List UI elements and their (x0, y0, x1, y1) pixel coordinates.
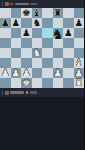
top-player-bar[interactable] (0, 0, 84, 8)
square-a2[interactable]: ♟ (0, 68, 11, 78)
square-d3[interactable] (32, 58, 43, 68)
player-avatar (5, 91, 9, 95)
square-d2[interactable] (32, 68, 43, 78)
square-g4[interactable] (63, 48, 74, 58)
edge-mark-icon (2, 91, 3, 95)
square-g3[interactable] (63, 58, 74, 68)
square-h7[interactable]: ♟ (74, 18, 85, 28)
piece-white-rook-h1[interactable]: ♜ (74, 78, 83, 88)
square-h5[interactable] (74, 38, 85, 48)
square-g1[interactable] (63, 78, 74, 88)
square-a5[interactable] (0, 38, 11, 48)
square-e2[interactable] (42, 68, 53, 78)
piece-white-pawn-a2[interactable]: ♟ (1, 68, 10, 78)
piece-black-pawn-c6[interactable]: ♟ (22, 28, 31, 38)
piece-white-knight-d4[interactable]: ♞ (32, 48, 41, 58)
opponent-flag-icon (10, 3, 13, 6)
chess-board[interactable]: ♚♝♜♟♟♞♟♟♞♟♞♝♟♟♟♟♟♚♜ (0, 8, 84, 88)
square-g2[interactable] (63, 68, 74, 78)
square-e1[interactable] (42, 78, 53, 88)
square-h1[interactable]: ♜ (74, 78, 85, 88)
menu-mark-icon (2, 2, 3, 6)
bottom-player-bar[interactable] (0, 88, 84, 97)
app-screen: ♚♝♜♟♟♞♟♟♞♟♞♝♟♟♟♟♟♚♜ (0, 0, 84, 150)
player-rating-text (30, 91, 37, 94)
square-g6[interactable]: ♟ (63, 28, 74, 38)
square-f2[interactable]: ♟ (53, 68, 64, 78)
opponent-name-text (15, 3, 29, 6)
piece-white-king-c1[interactable]: ♚ (22, 78, 31, 88)
piece-white-pawn-b2[interactable]: ♟ (11, 68, 20, 78)
square-c1[interactable]: ♚ (21, 78, 32, 88)
square-e8[interactable] (42, 8, 53, 18)
square-a7[interactable]: ♟ (0, 18, 11, 28)
square-e4[interactable] (42, 48, 53, 58)
square-a4[interactable] (0, 48, 11, 58)
square-c8[interactable]: ♚ (21, 8, 32, 18)
square-d7[interactable]: ♞ (32, 18, 43, 28)
piece-black-knight-d7[interactable]: ♞ (32, 18, 41, 28)
piece-black-pawn-b7[interactable]: ♟ (11, 18, 20, 28)
piece-black-pawn-a7[interactable]: ♟ (1, 18, 10, 28)
player-status-dot-icon (26, 91, 29, 94)
opponent-avatar (5, 2, 9, 6)
square-a1[interactable] (0, 78, 11, 88)
square-b4[interactable] (11, 48, 22, 58)
square-b7[interactable]: ♟ (11, 18, 22, 28)
piece-black-pawn-g6[interactable]: ♟ (64, 28, 73, 38)
square-a6[interactable] (0, 28, 11, 38)
square-g5[interactable] (63, 38, 74, 48)
square-c6[interactable]: ♟ (21, 28, 32, 38)
piece-black-rook-f8[interactable]: ♜ (53, 8, 62, 18)
square-b5[interactable] (11, 38, 22, 48)
opponent-rating-text (30, 3, 37, 6)
square-g8[interactable] (63, 8, 74, 18)
square-d1[interactable] (32, 78, 43, 88)
player-name-text (10, 91, 24, 94)
square-f4[interactable] (53, 48, 64, 58)
square-b2[interactable]: ♟ (11, 68, 22, 78)
square-f8[interactable]: ♜ (53, 8, 64, 18)
piece-black-pawn-h7[interactable]: ♟ (74, 18, 83, 28)
square-e3[interactable] (42, 58, 53, 68)
piece-black-king-c8[interactable]: ♚ (22, 8, 31, 18)
square-b6[interactable] (11, 28, 22, 38)
square-h6[interactable] (74, 28, 85, 38)
piece-black-knight-f6[interactable]: ♞ (51, 27, 64, 41)
square-c5[interactable] (21, 38, 32, 48)
square-f6[interactable]: ♞ (53, 28, 64, 38)
square-d4[interactable]: ♞ (32, 48, 43, 58)
square-d6[interactable] (32, 28, 43, 38)
empty-background (0, 97, 84, 150)
square-b1[interactable] (11, 78, 22, 88)
square-f1[interactable] (53, 78, 64, 88)
square-c4[interactable] (21, 48, 32, 58)
piece-white-pawn-f2[interactable]: ♟ (53, 68, 62, 78)
